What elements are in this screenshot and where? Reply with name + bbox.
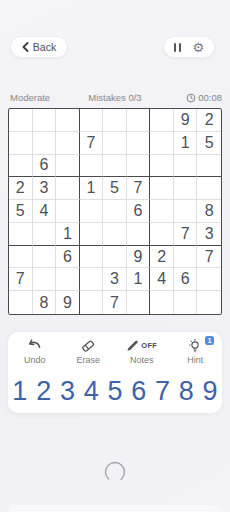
cell-r8c4[interactable]: [80, 268, 104, 291]
cell-r2c8[interactable]: 1: [174, 132, 198, 155]
cell-r9c6[interactable]: [127, 291, 151, 314]
cell-r1c2[interactable]: [33, 109, 57, 132]
numpad-9[interactable]: 9: [203, 378, 218, 405]
cell-r8c2[interactable]: [33, 268, 57, 291]
settings-button[interactable]: ⚙: [192, 41, 204, 54]
cell-r1c7[interactable]: [150, 109, 174, 132]
cell-r1c9[interactable]: 2: [197, 109, 221, 132]
cell-r8c5[interactable]: 3: [103, 268, 127, 291]
cell-r5c3[interactable]: [56, 200, 80, 223]
cell-r2c2[interactable]: [33, 132, 57, 155]
undo-button[interactable]: Undo: [8, 338, 62, 365]
tool-panel: Undo Erase: [8, 332, 222, 413]
notes-state-badge: OFF: [141, 341, 157, 350]
back-button[interactable]: Back: [10, 36, 68, 58]
cell-r5c2[interactable]: 4: [33, 200, 57, 223]
cell-r2c4[interactable]: 7: [80, 132, 104, 155]
pause-button[interactable]: [174, 43, 182, 52]
eraser-icon: [80, 338, 96, 353]
cell-r5c1[interactable]: 5: [9, 200, 33, 223]
notes-label: Notes: [130, 355, 154, 365]
loading-spinner-icon: [103, 460, 127, 484]
cell-r8c8[interactable]: 6: [174, 268, 198, 291]
gear-icon: ⚙: [192, 40, 204, 55]
cell-r1c4[interactable]: [80, 109, 104, 132]
cell-r7c1[interactable]: [9, 246, 33, 269]
sudoku-app-screen: Back ⚙ Moderate Mistakes 0/3 00:08 92715…: [0, 0, 230, 512]
hint-badge: 1: [205, 336, 214, 345]
cell-r9c7[interactable]: [150, 291, 174, 314]
bottom-sheet: [8, 505, 222, 512]
cell-r3c5[interactable]: [103, 155, 127, 178]
cell-r6c7[interactable]: [150, 223, 174, 246]
cell-r9c2[interactable]: 8: [33, 291, 57, 314]
cell-r2c3[interactable]: [56, 132, 80, 155]
hint-button[interactable]: 1 Hint: [169, 338, 223, 365]
cell-r7c9[interactable]: 7: [197, 246, 221, 269]
numpad-2[interactable]: 2: [36, 378, 51, 405]
cell-r7c5[interactable]: [103, 246, 127, 269]
cell-r6c9[interactable]: 3: [197, 223, 221, 246]
cell-r7c3[interactable]: 6: [56, 246, 80, 269]
cell-r9c9[interactable]: [197, 291, 221, 314]
cell-r4c7[interactable]: [150, 177, 174, 200]
lightbulb-icon: [187, 338, 203, 353]
cell-r3c2[interactable]: 6: [33, 155, 57, 178]
cell-r8c6[interactable]: 1: [127, 268, 151, 291]
numpad-1[interactable]: 1: [12, 378, 27, 405]
cell-r3c4[interactable]: [80, 155, 104, 178]
numpad-7[interactable]: 7: [155, 378, 170, 405]
cell-r3c3[interactable]: [56, 155, 80, 178]
cell-r3c9[interactable]: [197, 155, 221, 178]
cell-r5c6[interactable]: 6: [127, 200, 151, 223]
cell-r8c9[interactable]: [197, 268, 221, 291]
clock-icon: [186, 93, 196, 103]
cell-r7c7[interactable]: 2: [150, 246, 174, 269]
back-label: Back: [33, 41, 56, 53]
cell-r9c1[interactable]: [9, 291, 33, 314]
cell-r4c4[interactable]: 1: [80, 177, 104, 200]
cell-r6c4[interactable]: [80, 223, 104, 246]
pause-icon: [174, 43, 177, 52]
timer: 00:08: [186, 92, 222, 103]
status-row: Moderate Mistakes 0/3 00:08: [0, 92, 230, 105]
cell-r4c9[interactable]: [197, 177, 221, 200]
numpad-4[interactable]: 4: [84, 378, 99, 405]
cell-r3c6[interactable]: [127, 155, 151, 178]
cell-r6c8[interactable]: 7: [174, 223, 198, 246]
cell-r2c7[interactable]: [150, 132, 174, 155]
sudoku-board: 927156231575468173692773146897: [8, 108, 222, 315]
cell-r2c6[interactable]: [127, 132, 151, 155]
hint-label: Hint: [187, 355, 203, 365]
cell-r4c3[interactable]: [56, 177, 80, 200]
erase-button[interactable]: Erase: [62, 338, 116, 365]
cell-r9c3[interactable]: 9: [56, 291, 80, 314]
notes-button[interactable]: OFF Notes: [115, 338, 169, 365]
undo-icon: [27, 338, 43, 353]
cell-r6c1[interactable]: [9, 223, 33, 246]
cell-r2c5[interactable]: [103, 132, 127, 155]
cell-r5c4[interactable]: [80, 200, 104, 223]
cell-r7c6[interactable]: 9: [127, 246, 151, 269]
cell-r5c5[interactable]: [103, 200, 127, 223]
cell-r1c1[interactable]: [9, 109, 33, 132]
cell-r6c2[interactable]: [33, 223, 57, 246]
cell-r6c5[interactable]: [103, 223, 127, 246]
cell-r3c7[interactable]: [150, 155, 174, 178]
cell-r1c8[interactable]: 9: [174, 109, 198, 132]
cell-r4c8[interactable]: [174, 177, 198, 200]
numpad-6[interactable]: 6: [131, 378, 146, 405]
cell-r1c6[interactable]: [127, 109, 151, 132]
header-controls: ⚙: [163, 36, 215, 58]
cell-r4c6[interactable]: 7: [127, 177, 151, 200]
cell-r3c8[interactable]: [174, 155, 198, 178]
undo-label: Undo: [24, 355, 46, 365]
cell-r7c8[interactable]: [174, 246, 198, 269]
cell-r2c9[interactable]: 5: [197, 132, 221, 155]
numpad-8[interactable]: 8: [179, 378, 194, 405]
cell-r2c1[interactable]: [9, 132, 33, 155]
cell-r1c3[interactable]: [56, 109, 80, 132]
cell-r8c3[interactable]: [56, 268, 80, 291]
back-chevron-icon: [22, 42, 29, 52]
number-pad: 123456789: [8, 372, 222, 410]
cell-r5c8[interactable]: [174, 200, 198, 223]
cell-r8c7[interactable]: 4: [150, 268, 174, 291]
cell-r9c4[interactable]: [80, 291, 104, 314]
cell-r5c7[interactable]: [150, 200, 174, 223]
cell-r9c8[interactable]: [174, 291, 198, 314]
cell-r1c5[interactable]: [103, 109, 127, 132]
timer-value: 00:08: [198, 92, 222, 103]
cell-r3c1[interactable]: [9, 155, 33, 178]
cell-r6c6[interactable]: [127, 223, 151, 246]
tools-row: Undo Erase: [8, 338, 222, 365]
cell-r4c2[interactable]: 3: [33, 177, 57, 200]
cell-r4c5[interactable]: 5: [103, 177, 127, 200]
cell-r8c1[interactable]: 7: [9, 268, 33, 291]
cell-r7c2[interactable]: [33, 246, 57, 269]
pencil-icon: [126, 339, 139, 352]
cell-r6c3[interactable]: 1: [56, 223, 80, 246]
numpad-5[interactable]: 5: [107, 378, 122, 405]
cell-r7c4[interactable]: [80, 246, 104, 269]
numpad-3[interactable]: 3: [60, 378, 75, 405]
cell-r4c1[interactable]: 2: [9, 177, 33, 200]
cell-r5c9[interactable]: 8: [197, 200, 221, 223]
cell-r9c5[interactable]: 7: [103, 291, 127, 314]
erase-label: Erase: [76, 355, 100, 365]
